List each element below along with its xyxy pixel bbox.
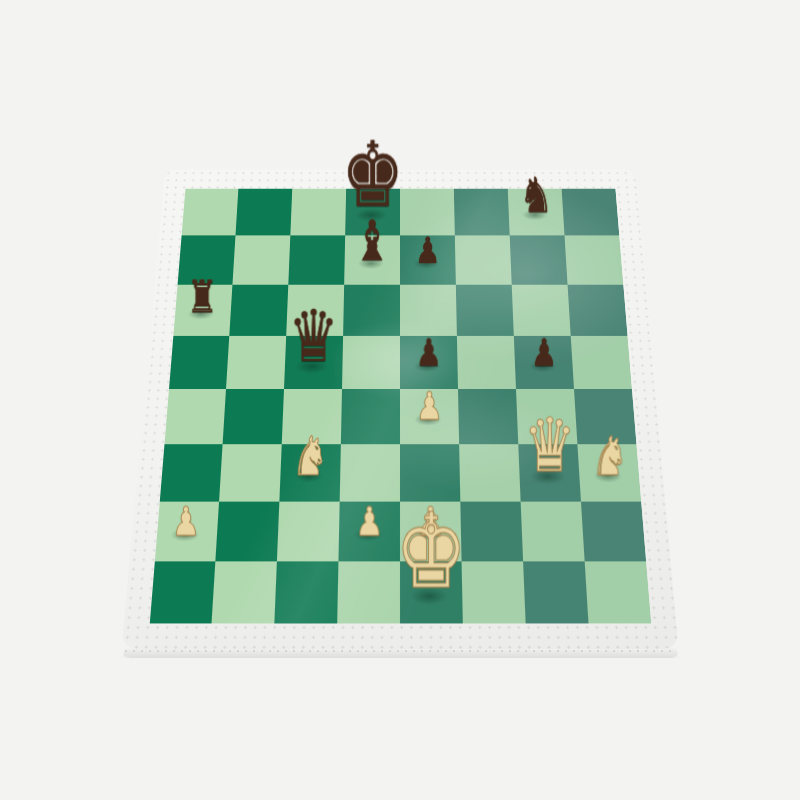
white-knight-glyph: ♞: [590, 429, 628, 483]
black-bishop-glyph: ♝: [353, 213, 392, 269]
black-pawn-glyph: ♟: [415, 232, 440, 268]
white-queen-glyph: ♛: [523, 408, 575, 482]
board-plate: ♚♞♝♟♜♛♟♟♟♞♛♞♟♟♟♚: [121, 169, 678, 649]
black-pawn-glyph: ♟: [416, 334, 442, 372]
page: { "game": "chess", "scene": "Overhead an…: [0, 0, 800, 800]
black-pawn-glyph: ♟: [531, 334, 557, 372]
black-knight-glyph: ♞: [519, 171, 553, 220]
white-knight-glyph: ♞: [292, 429, 330, 483]
white-pawn-glyph: ♟: [355, 501, 383, 541]
black-rook-glyph: ♜: [187, 274, 218, 319]
black-king-glyph: ♚: [341, 130, 404, 220]
white-pawn-glyph: ♟: [416, 387, 443, 425]
chess-board-scene: ♚♞♝♟♜♛♟♟♟♞♛♞♟♟♟♚: [145, 134, 655, 644]
black-queen-glyph: ♛: [289, 300, 339, 372]
white-pawn-glyph: ♟: [172, 501, 200, 541]
white-king-glyph: ♚: [395, 499, 467, 602]
